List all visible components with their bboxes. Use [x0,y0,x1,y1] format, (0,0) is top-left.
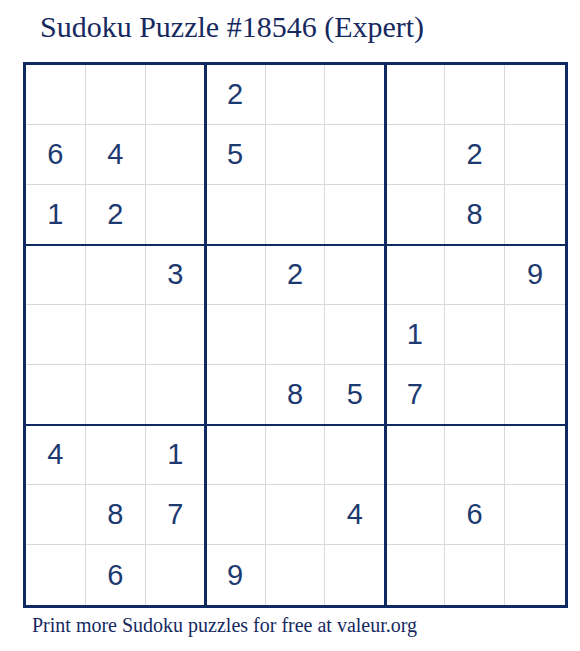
sudoku-cell-r4c2[interactable] [86,245,146,305]
sudoku-cell-r6c9[interactable] [505,365,565,425]
sudoku-cell-r4c7[interactable] [385,245,445,305]
sudoku-cell-r6c2[interactable] [86,365,146,425]
sudoku-cell-r2c3[interactable] [146,125,206,185]
sudoku-cell-r3c6[interactable] [325,185,385,245]
sudoku-cell-r9c9[interactable] [505,545,565,605]
sudoku-cell-r2c8[interactable]: 2 [445,125,505,185]
footer-credit: Print more Sudoku puzzles for free at va… [32,613,417,637]
sudoku-cell-r6c4[interactable] [206,365,266,425]
sudoku-cell-r9c3[interactable] [146,545,206,605]
sudoku-cell-r5c4[interactable] [206,305,266,365]
sudoku-cell-r6c1[interactable] [26,365,86,425]
sudoku-cell-r1c4[interactable]: 2 [206,65,266,125]
sudoku-cell-r5c7[interactable]: 1 [385,305,445,365]
sudoku-cell-r5c8[interactable] [445,305,505,365]
sudoku-cell-r1c7[interactable] [385,65,445,125]
sudoku-cell-r1c1[interactable] [26,65,86,125]
sudoku-cell-r4c6[interactable] [325,245,385,305]
sudoku-cell-r7c6[interactable] [325,425,385,485]
sudoku-cell-r9c8[interactable] [445,545,505,605]
page-title: Sudoku Puzzle #18546 (Expert) [40,11,424,43]
sudoku-cell-r2c7[interactable] [385,125,445,185]
sudoku-cell-r7c8[interactable] [445,425,505,485]
sudoku-cell-r8c8[interactable]: 6 [445,485,505,545]
sudoku-cell-r1c3[interactable] [146,65,206,125]
sudoku-cell-r8c3[interactable]: 7 [146,485,206,545]
sudoku-cell-r4c4[interactable] [206,245,266,305]
sudoku-cell-r5c9[interactable] [505,305,565,365]
sudoku-cell-r3c4[interactable] [206,185,266,245]
sudoku-cell-r7c4[interactable] [206,425,266,485]
sudoku-cell-r7c3[interactable]: 1 [146,425,206,485]
sudoku-cell-r3c1[interactable]: 1 [26,185,86,245]
sudoku-cell-r8c5[interactable] [266,485,326,545]
sudoku-board: 26452128329185741874669 [23,62,568,608]
sudoku-cell-r3c9[interactable] [505,185,565,245]
sudoku-cell-r9c4[interactable]: 9 [206,545,266,605]
sudoku-cell-r9c6[interactable] [325,545,385,605]
sudoku-cell-r5c6[interactable] [325,305,385,365]
sudoku-cell-r3c7[interactable] [385,185,445,245]
sudoku-cell-r6c6[interactable]: 5 [325,365,385,425]
sudoku-cell-r2c1[interactable]: 6 [26,125,86,185]
sudoku-cell-r4c5[interactable]: 2 [266,245,326,305]
sudoku-cell-r3c8[interactable]: 8 [445,185,505,245]
sudoku-cell-r3c2[interactable]: 2 [86,185,146,245]
sudoku-cell-r7c2[interactable] [86,425,146,485]
sudoku-cell-r6c3[interactable] [146,365,206,425]
sudoku-cell-r7c5[interactable] [266,425,326,485]
sudoku-cell-r4c9[interactable]: 9 [505,245,565,305]
sudoku-cell-r8c7[interactable] [385,485,445,545]
sudoku-cell-r2c9[interactable] [505,125,565,185]
sudoku-cell-r8c2[interactable]: 8 [86,485,146,545]
sudoku-cell-r9c7[interactable] [385,545,445,605]
sudoku-cell-r7c1[interactable]: 4 [26,425,86,485]
sudoku-cell-r4c1[interactable] [26,245,86,305]
sudoku-cell-r8c1[interactable] [26,485,86,545]
sudoku-cell-r7c7[interactable] [385,425,445,485]
sudoku-cell-r6c7[interactable]: 7 [385,365,445,425]
sudoku-cell-r4c3[interactable]: 3 [146,245,206,305]
sudoku-cell-r3c3[interactable] [146,185,206,245]
sudoku-cell-r7c9[interactable] [505,425,565,485]
sudoku-cell-r6c8[interactable] [445,365,505,425]
sudoku-cell-r6c5[interactable]: 8 [266,365,326,425]
sudoku-cell-r5c1[interactable] [26,305,86,365]
sudoku-cell-r3c5[interactable] [266,185,326,245]
sudoku-cell-r8c4[interactable] [206,485,266,545]
sudoku-cell-r1c6[interactable] [325,65,385,125]
sudoku-cell-r9c5[interactable] [266,545,326,605]
sudoku-cell-r8c9[interactable] [505,485,565,545]
sudoku-cell-r1c5[interactable] [266,65,326,125]
sudoku-cell-r9c1[interactable] [26,545,86,605]
sudoku-cell-r5c3[interactable] [146,305,206,365]
sudoku-cell-r1c2[interactable] [86,65,146,125]
sudoku-cell-r9c2[interactable]: 6 [86,545,146,605]
sudoku-cell-r2c2[interactable]: 4 [86,125,146,185]
sudoku-cell-r1c9[interactable] [505,65,565,125]
sudoku-cell-r2c4[interactable]: 5 [206,125,266,185]
sudoku-page: Sudoku Puzzle #18546 (Expert) 2645212832… [0,0,580,651]
sudoku-cell-r1c8[interactable] [445,65,505,125]
sudoku-cell-r5c5[interactable] [266,305,326,365]
sudoku-cell-r2c5[interactable] [266,125,326,185]
sudoku-cell-r5c2[interactable] [86,305,146,365]
sudoku-cell-r4c8[interactable] [445,245,505,305]
sudoku-cell-r2c6[interactable] [325,125,385,185]
sudoku-grid: 26452128329185741874669 [26,65,565,605]
sudoku-cell-r8c6[interactable]: 4 [325,485,385,545]
